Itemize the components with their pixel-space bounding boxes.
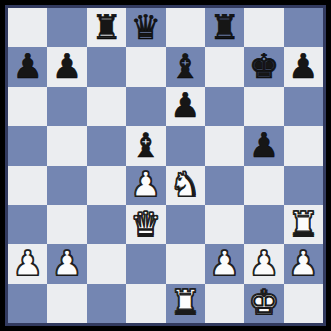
white-pawn[interactable]: ♟ [12, 246, 42, 280]
square-c8[interactable]: ♜ [87, 8, 126, 47]
square-h4[interactable] [284, 166, 323, 205]
square-a7[interactable]: ♟ [8, 47, 47, 86]
square-g3[interactable] [244, 205, 283, 244]
square-c3[interactable] [87, 205, 126, 244]
white-pawn[interactable]: ♟ [209, 246, 239, 280]
square-f7[interactable] [205, 47, 244, 86]
square-e5[interactable] [166, 126, 205, 165]
square-h3[interactable]: ♜ [284, 205, 323, 244]
square-g6[interactable] [244, 87, 283, 126]
square-h8[interactable] [284, 8, 323, 47]
square-e6[interactable]: ♟ [166, 87, 205, 126]
square-h6[interactable] [284, 87, 323, 126]
square-c2[interactable] [87, 244, 126, 283]
square-h5[interactable] [284, 126, 323, 165]
square-d4[interactable]: ♟ [126, 166, 165, 205]
black-pawn[interactable]: ♟ [249, 128, 279, 162]
white-queen[interactable]: ♛ [131, 207, 161, 241]
square-d3[interactable]: ♛ [126, 205, 165, 244]
square-h7[interactable]: ♟ [284, 47, 323, 86]
square-g4[interactable] [244, 166, 283, 205]
square-e2[interactable] [166, 244, 205, 283]
square-a1[interactable] [8, 284, 47, 323]
black-bishop[interactable]: ♝ [170, 49, 200, 83]
square-d7[interactable] [126, 47, 165, 86]
square-d8[interactable]: ♛ [126, 8, 165, 47]
square-f4[interactable] [205, 166, 244, 205]
chess-board: ♜♛♜♟♟♝♚♟♟♝♟♟♞♛♜♟♟♟♟♟♜♚ [8, 8, 323, 323]
square-d2[interactable] [126, 244, 165, 283]
white-king[interactable]: ♚ [249, 285, 279, 319]
square-c6[interactable] [87, 87, 126, 126]
square-a2[interactable]: ♟ [8, 244, 47, 283]
black-pawn[interactable]: ♟ [52, 49, 82, 83]
square-c7[interactable] [87, 47, 126, 86]
square-d6[interactable] [126, 87, 165, 126]
square-g8[interactable] [244, 8, 283, 47]
square-b2[interactable]: ♟ [47, 244, 86, 283]
black-pawn[interactable]: ♟ [12, 49, 42, 83]
square-a6[interactable] [8, 87, 47, 126]
square-g2[interactable]: ♟ [244, 244, 283, 283]
square-a8[interactable] [8, 8, 47, 47]
black-rook[interactable]: ♜ [209, 10, 239, 44]
black-rook[interactable]: ♜ [91, 10, 121, 44]
white-rook[interactable]: ♜ [170, 285, 200, 319]
square-c5[interactable] [87, 126, 126, 165]
square-e7[interactable]: ♝ [166, 47, 205, 86]
square-e3[interactable] [166, 205, 205, 244]
white-pawn[interactable]: ♟ [52, 246, 82, 280]
black-bishop[interactable]: ♝ [131, 128, 161, 162]
square-b3[interactable] [47, 205, 86, 244]
square-a5[interactable] [8, 126, 47, 165]
square-f5[interactable] [205, 126, 244, 165]
square-f8[interactable]: ♜ [205, 8, 244, 47]
square-h1[interactable] [284, 284, 323, 323]
black-pawn[interactable]: ♟ [288, 49, 318, 83]
square-c1[interactable] [87, 284, 126, 323]
white-pawn[interactable]: ♟ [288, 246, 318, 280]
square-e4[interactable]: ♞ [166, 166, 205, 205]
square-c4[interactable] [87, 166, 126, 205]
square-e1[interactable]: ♜ [166, 284, 205, 323]
white-pawn[interactable]: ♟ [249, 246, 279, 280]
square-b5[interactable] [47, 126, 86, 165]
white-knight[interactable]: ♞ [170, 167, 200, 201]
square-f2[interactable]: ♟ [205, 244, 244, 283]
square-d5[interactable]: ♝ [126, 126, 165, 165]
square-g7[interactable]: ♚ [244, 47, 283, 86]
square-e8[interactable] [166, 8, 205, 47]
square-g1[interactable]: ♚ [244, 284, 283, 323]
square-h2[interactable]: ♟ [284, 244, 323, 283]
square-b6[interactable] [47, 87, 86, 126]
chess-diagram: ♜♛♜♟♟♝♚♟♟♝♟♟♞♛♜♟♟♟♟♟♜♚ [0, 0, 331, 331]
square-f6[interactable] [205, 87, 244, 126]
square-a4[interactable] [8, 166, 47, 205]
white-pawn[interactable]: ♟ [131, 167, 161, 201]
white-rook[interactable]: ♜ [288, 207, 318, 241]
square-b4[interactable] [47, 166, 86, 205]
square-b7[interactable]: ♟ [47, 47, 86, 86]
black-queen[interactable]: ♛ [131, 10, 161, 44]
square-f1[interactable] [205, 284, 244, 323]
square-b1[interactable] [47, 284, 86, 323]
square-g5[interactable]: ♟ [244, 126, 283, 165]
square-f3[interactable] [205, 205, 244, 244]
square-a3[interactable] [8, 205, 47, 244]
black-king[interactable]: ♚ [249, 49, 279, 83]
black-pawn[interactable]: ♟ [170, 88, 200, 122]
square-d1[interactable] [126, 284, 165, 323]
square-b8[interactable] [47, 8, 86, 47]
